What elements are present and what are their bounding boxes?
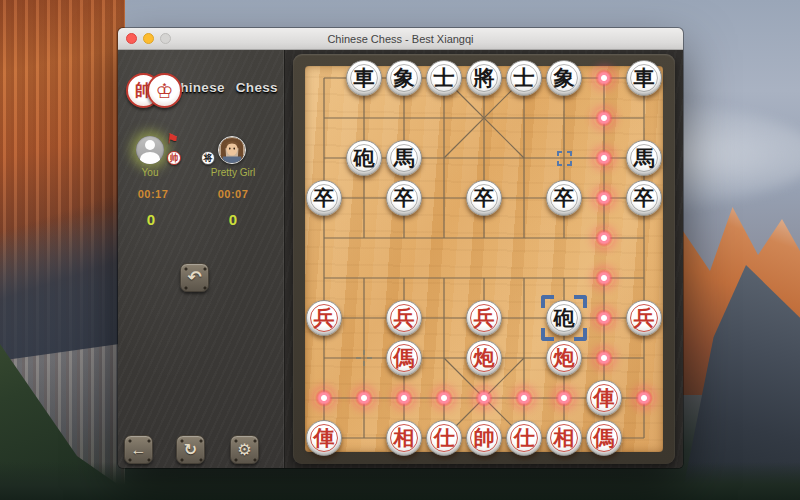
player-you-name: You xyxy=(120,167,180,178)
new-game-button[interactable]: ↻ xyxy=(176,435,205,464)
window-title: Chinese Chess - Best Xiangqi xyxy=(118,28,683,50)
piece-red-general[interactable]: 帥 xyxy=(466,420,502,456)
gear-icon: ⚙ xyxy=(237,441,251,458)
board-panel: 車象士將士象車砲馬馬卒卒卒卒卒砲兵兵兵兵傌炮炮俥俥相仕帥仕相傌 xyxy=(285,50,683,468)
piece-red-soldier[interactable]: 兵 xyxy=(466,300,502,336)
legal-move-dot[interactable] xyxy=(594,108,614,128)
piece-red-advisor[interactable]: 仕 xyxy=(506,420,542,456)
legal-move-dot[interactable] xyxy=(434,388,454,408)
app-window: Chinese Chess - Best Xiangqi 帥 ♔ Chinese… xyxy=(118,28,683,468)
traffic-lights xyxy=(126,33,171,44)
legal-move-dot[interactable] xyxy=(594,268,614,288)
player-you-avatar[interactable] xyxy=(136,136,164,164)
player-opponent-side-badge: 将 xyxy=(201,151,215,165)
piece-red-soldier[interactable]: 兵 xyxy=(626,300,662,336)
piece-black-elephant[interactable]: 象 xyxy=(546,60,582,96)
legal-move-dot[interactable] xyxy=(634,388,654,408)
legal-move-dot[interactable] xyxy=(594,308,614,328)
piece-red-elephant[interactable]: 相 xyxy=(546,420,582,456)
piece-red-soldier[interactable]: 兵 xyxy=(306,300,342,336)
sidebar: 帥 ♔ Chinese Chess ⚑ 帅 将 xyxy=(118,50,285,468)
piece-black-soldier[interactable]: 卒 xyxy=(386,180,422,216)
legal-move-dot[interactable] xyxy=(594,188,614,208)
back-arrow-icon: ← xyxy=(131,441,147,458)
xiangqi-board[interactable]: 車象士將士象車砲馬馬卒卒卒卒卒砲兵兵兵兵傌炮炮俥俥相仕帥仕相傌 xyxy=(305,66,663,452)
piece-red-horse[interactable]: 傌 xyxy=(586,420,622,456)
piece-red-horse[interactable]: 傌 xyxy=(386,340,422,376)
last-move-origin-marker xyxy=(557,151,572,166)
piece-red-cannon[interactable]: 炮 xyxy=(546,340,582,376)
minimize-button[interactable] xyxy=(143,33,154,44)
selected-piece-brackets xyxy=(541,295,587,341)
undo-icon: ↶ xyxy=(187,268,201,287)
piece-red-advisor[interactable]: 仕 xyxy=(426,420,462,456)
legal-move-dot[interactable] xyxy=(474,388,494,408)
piece-black-advisor[interactable]: 士 xyxy=(506,60,542,96)
player-you-score: 0 xyxy=(129,211,173,228)
player-opponent-avatar[interactable] xyxy=(218,136,246,164)
piece-black-soldier[interactable]: 卒 xyxy=(306,180,342,216)
piece-black-general[interactable]: 將 xyxy=(466,60,502,96)
piece-red-rook[interactable]: 俥 xyxy=(586,380,622,416)
person-silhouette-icon xyxy=(145,140,155,150)
piece-red-elephant[interactable]: 相 xyxy=(386,420,422,456)
exit-button[interactable]: ← xyxy=(124,435,153,464)
piece-black-elephant[interactable]: 象 xyxy=(386,60,422,96)
player-opponent-score: 0 xyxy=(211,211,255,228)
piece-black-soldier[interactable]: 卒 xyxy=(466,180,502,216)
piece-black-rook[interactable]: 車 xyxy=(626,60,662,96)
titlebar[interactable]: Chinese Chess - Best Xiangqi xyxy=(118,28,683,50)
legal-move-dot[interactable] xyxy=(354,388,374,408)
board-frame: 車象士將士象車砲馬馬卒卒卒卒卒砲兵兵兵兵傌炮炮俥俥相仕帥仕相傌 xyxy=(293,54,675,464)
piece-red-rook[interactable]: 俥 xyxy=(306,420,342,456)
legal-move-dot[interactable] xyxy=(594,228,614,248)
app-logo-title: Chinese Chess xyxy=(165,80,283,95)
undo-move-button[interactable]: ↶ xyxy=(180,263,209,292)
player-opponent-timer: 00:07 xyxy=(208,188,258,200)
legal-move-dot[interactable] xyxy=(594,68,614,88)
player-you-timer: 00:17 xyxy=(128,188,178,200)
logo-disc-king-icon: ♔ xyxy=(147,73,182,108)
piece-red-soldier[interactable]: 兵 xyxy=(386,300,422,336)
piece-red-cannon[interactable]: 炮 xyxy=(466,340,502,376)
player-you-side-badge: 帅 xyxy=(167,151,181,165)
legal-move-dot[interactable] xyxy=(514,388,534,408)
piece-black-soldier[interactable]: 卒 xyxy=(626,180,662,216)
window-content: 帥 ♔ Chinese Chess ⚑ 帅 将 xyxy=(118,50,683,468)
settings-button[interactable]: ⚙ xyxy=(230,435,259,464)
piece-black-cannon[interactable]: 砲 xyxy=(346,140,382,176)
player-opponent-name: Pretty Girl xyxy=(203,167,263,178)
girl-portrait xyxy=(219,137,245,163)
piece-black-rook[interactable]: 車 xyxy=(346,60,382,96)
legal-move-dot[interactable] xyxy=(594,348,614,368)
crosshair-marker xyxy=(356,350,372,366)
piece-black-soldier[interactable]: 卒 xyxy=(546,180,582,216)
zoom-button-disabled xyxy=(160,33,171,44)
piece-black-horse[interactable]: 馬 xyxy=(626,140,662,176)
piece-black-advisor[interactable]: 士 xyxy=(426,60,462,96)
refresh-icon: ↻ xyxy=(184,441,197,458)
piece-black-horse[interactable]: 馬 xyxy=(386,140,422,176)
legal-move-dot[interactable] xyxy=(594,148,614,168)
legal-move-dot[interactable] xyxy=(314,388,334,408)
legal-move-dot[interactable] xyxy=(554,388,574,408)
legal-move-dot[interactable] xyxy=(394,388,414,408)
close-button[interactable] xyxy=(126,33,137,44)
turn-flag-icon: ⚑ xyxy=(165,130,179,147)
